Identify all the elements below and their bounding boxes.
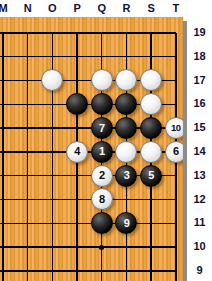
- intersection-R9[interactable]: [114, 259, 139, 281]
- intersection-T14[interactable]: 6: [163, 140, 183, 164]
- grid-line-horizontal: [0, 56, 15, 57]
- grid-line-horizontal: [40, 246, 65, 247]
- grid-line-horizontal: [65, 199, 90, 200]
- white-stone-S17: [140, 69, 162, 91]
- intersection-M9[interactable]: [0, 259, 15, 281]
- col-label-P: P: [65, 0, 90, 17]
- grid-line-horizontal: [163, 270, 175, 271]
- intersection-R14[interactable]: [114, 140, 139, 164]
- black-stone-Q16: [91, 93, 113, 115]
- intersection-R12[interactable]: [114, 188, 139, 212]
- grid-line-horizontal: [0, 80, 15, 81]
- intersection-R15[interactable]: [114, 116, 139, 140]
- col-label-T: T: [163, 0, 188, 17]
- intersection-Q19[interactable]: [89, 21, 114, 45]
- intersection-P10[interactable]: [65, 235, 90, 259]
- intersection-P12[interactable]: [65, 188, 90, 212]
- grid-line-vertical: [52, 33, 53, 45]
- intersection-P16[interactable]: [65, 92, 90, 116]
- intersection-N10[interactable]: [15, 235, 40, 259]
- col-label-S: S: [139, 0, 164, 17]
- intersection-P17[interactable]: [65, 69, 90, 93]
- intersection-S15[interactable]: [139, 116, 164, 140]
- intersection-M12[interactable]: [0, 188, 15, 212]
- intersection-P13[interactable]: [65, 164, 90, 188]
- grid-line-horizontal: [0, 127, 15, 128]
- grid-line-horizontal: [0, 175, 15, 176]
- grid-line-horizontal: [40, 104, 65, 105]
- grid-line-horizontal: [65, 32, 90, 34]
- white-stone-Q12: 8: [91, 188, 113, 210]
- intersection-M11[interactable]: [0, 211, 15, 235]
- row-label-16: 16: [187, 92, 212, 116]
- intersection-Q13[interactable]: 2: [89, 164, 114, 188]
- intersection-T18[interactable]: [163, 45, 183, 69]
- star-point-Q10: [99, 245, 104, 250]
- black-stone-S15: [140, 117, 162, 139]
- grid-line-horizontal: [139, 270, 164, 271]
- grid-line-horizontal: [163, 104, 175, 105]
- col-label-Q: Q: [89, 0, 114, 17]
- intersection-N15[interactable]: [15, 116, 40, 140]
- intersection-M19[interactable]: [0, 21, 15, 45]
- grid-line-horizontal: [40, 223, 65, 224]
- black-stone-Q11: [91, 212, 113, 234]
- white-stone-P14: 4: [66, 141, 88, 163]
- move-number-10: 10: [171, 123, 181, 133]
- intersection-S13[interactable]: 5: [139, 164, 164, 188]
- intersection-T16[interactable]: [163, 92, 183, 116]
- grid-line-vertical: [76, 33, 77, 45]
- intersection-M17[interactable]: [0, 69, 15, 93]
- intersection-S12[interactable]: [139, 188, 164, 212]
- grid-line-horizontal: [139, 223, 164, 224]
- row-label-15: 15: [187, 116, 212, 140]
- black-stone-Q14: 1: [91, 141, 113, 163]
- move-number-9: 9: [124, 218, 130, 229]
- col-label-O: O: [40, 0, 65, 17]
- white-stone-S14: [140, 141, 162, 163]
- intersection-O13[interactable]: [40, 164, 65, 188]
- grid-line-horizontal: [163, 175, 175, 176]
- intersection-T13[interactable]: [163, 164, 183, 188]
- intersection-O18[interactable]: [40, 45, 65, 69]
- grid-line-horizontal: [139, 199, 164, 200]
- grid-line-horizontal: [40, 32, 65, 34]
- grid-line-horizontal: [40, 175, 65, 176]
- move-number-2: 2: [99, 170, 105, 181]
- grid-line-horizontal: [15, 56, 40, 57]
- intersection-R19[interactable]: [114, 21, 139, 45]
- intersection-S17[interactable]: [139, 69, 164, 93]
- grid-line-horizontal: [40, 127, 65, 128]
- grid-line-horizontal: [89, 32, 114, 34]
- move-number-4: 4: [74, 146, 80, 157]
- move-number-6: 6: [173, 146, 179, 157]
- intersection-Q10[interactable]: [89, 235, 114, 259]
- intersection-O9[interactable]: [40, 259, 65, 281]
- grid-line-horizontal: [114, 270, 139, 271]
- col-label-M: M: [0, 0, 15, 17]
- intersection-Q9[interactable]: [89, 259, 114, 281]
- intersection-N19[interactable]: [15, 21, 40, 45]
- grid-line-horizontal: [15, 270, 40, 271]
- intersection-T9[interactable]: [163, 259, 183, 281]
- black-stone-S13: 5: [140, 165, 162, 187]
- grid-line-horizontal: [0, 104, 15, 105]
- intersection-S19[interactable]: [139, 21, 164, 45]
- grid-line-horizontal: [15, 223, 40, 224]
- intersection-O10[interactable]: [40, 235, 65, 259]
- move-number-7: 7: [99, 123, 105, 134]
- grid-line-horizontal: [0, 32, 15, 34]
- intersection-O16[interactable]: [40, 92, 65, 116]
- row-label-18: 18: [187, 45, 212, 69]
- grid-line-horizontal: [163, 199, 175, 200]
- row-labels: 191817161514131211109: [187, 21, 212, 281]
- row-label-11: 11: [187, 211, 212, 235]
- intersection-N11[interactable]: [15, 211, 40, 235]
- intersection-T10[interactable]: [163, 235, 183, 259]
- grid-line-horizontal: [15, 32, 40, 34]
- grid-line-horizontal: [65, 127, 90, 128]
- grid-line-horizontal: [40, 151, 65, 152]
- row-label-9: 9: [187, 259, 212, 281]
- grid-line-horizontal: [163, 32, 175, 34]
- grid-line-horizontal: [163, 80, 175, 81]
- grid-line-horizontal: [40, 56, 65, 57]
- intersection-M15[interactable]: [0, 116, 15, 140]
- grid-line-horizontal: [15, 151, 40, 152]
- grid-line-horizontal: [0, 151, 15, 152]
- grid-line-horizontal: [40, 270, 65, 271]
- grid-line-horizontal: [163, 223, 175, 224]
- intersection-O14[interactable]: [40, 140, 65, 164]
- row-label-19: 19: [187, 21, 212, 45]
- grid-line-horizontal: [163, 56, 175, 57]
- grid-line-horizontal: [0, 223, 15, 224]
- intersection-N14[interactable]: [15, 140, 40, 164]
- grid-line-horizontal: [65, 246, 90, 247]
- row-label-14: 14: [187, 140, 212, 164]
- intersection-M10[interactable]: [0, 235, 15, 259]
- grid-line-vertical: [101, 33, 102, 45]
- move-number-5: 5: [148, 170, 154, 181]
- grid-line-vertical: [150, 33, 151, 45]
- intersection-R13[interactable]: 3: [114, 164, 139, 188]
- intersection-O17[interactable]: [40, 69, 65, 93]
- move-number-1: 1: [99, 146, 105, 157]
- grid-line-horizontal: [0, 270, 15, 271]
- grid-line-horizontal: [114, 199, 139, 200]
- white-stone-Q13: 2: [91, 165, 113, 187]
- intersection-S18[interactable]: [139, 45, 164, 69]
- intersection-Q14[interactable]: 1: [89, 140, 114, 164]
- black-stone-R15: [115, 117, 137, 139]
- grid-line-horizontal: [15, 127, 40, 128]
- intersection-M16[interactable]: [0, 92, 15, 116]
- grid-line-horizontal: [0, 246, 15, 247]
- intersection-M13[interactable]: [0, 164, 15, 188]
- white-stone-S16: [140, 93, 162, 115]
- black-stone-P16: [66, 93, 88, 115]
- intersection-P15[interactable]: [65, 116, 90, 140]
- grid-line-vertical: [175, 33, 177, 45]
- intersection-S10[interactable]: [139, 235, 164, 259]
- grid-line-horizontal: [114, 56, 139, 57]
- row-label-12: 12: [187, 188, 212, 212]
- column-labels: MNOPQRST: [0, 0, 188, 17]
- white-stone-O17: [41, 69, 63, 91]
- intersection-Q16[interactable]: [89, 92, 114, 116]
- move-number-8: 8: [99, 194, 105, 205]
- black-stone-R13: 3: [115, 165, 137, 187]
- grid-line-horizontal: [15, 199, 40, 200]
- grid-line-horizontal: [65, 56, 90, 57]
- intersection-N17[interactable]: [15, 69, 40, 93]
- intersection-R18[interactable]: [114, 45, 139, 69]
- intersection-R17[interactable]: [114, 69, 139, 93]
- white-stone-T14: 6: [165, 141, 183, 163]
- grid-line-horizontal: [15, 104, 40, 105]
- go-board: 71041623589: [0, 17, 183, 281]
- grid-line-horizontal: [65, 223, 90, 224]
- intersection-P11[interactable]: [65, 211, 90, 235]
- intersection-T12[interactable]: [163, 188, 183, 212]
- intersection-O11[interactable]: [40, 211, 65, 235]
- intersection-O12[interactable]: [40, 188, 65, 212]
- board-grid: 71041623589: [0, 21, 183, 281]
- grid-line-horizontal: [114, 246, 139, 247]
- grid-line-horizontal: [15, 175, 40, 176]
- intersection-S14[interactable]: [139, 140, 164, 164]
- intersection-O19[interactable]: [40, 21, 65, 45]
- white-stone-R17: [115, 69, 137, 91]
- intersection-Q15[interactable]: 7: [89, 116, 114, 140]
- intersection-R10[interactable]: [114, 235, 139, 259]
- grid-line-horizontal: [65, 270, 90, 271]
- intersection-P19[interactable]: [65, 21, 90, 45]
- intersection-Q11[interactable]: [89, 211, 114, 235]
- intersection-M18[interactable]: [0, 45, 15, 69]
- grid-line-vertical: [27, 33, 28, 45]
- intersection-P14[interactable]: 4: [65, 140, 90, 164]
- intersection-T19[interactable]: [163, 21, 183, 45]
- black-stone-R16: [115, 93, 137, 115]
- grid-line-horizontal: [0, 199, 15, 200]
- white-stone-Q17: [91, 69, 113, 91]
- white-stone-R14: [115, 141, 137, 163]
- intersection-R11[interactable]: 9: [114, 211, 139, 235]
- intersection-N9[interactable]: [15, 259, 40, 281]
- intersection-S16[interactable]: [139, 92, 164, 116]
- move-number-3: 3: [124, 170, 130, 181]
- grid-line-horizontal: [139, 56, 164, 57]
- grid-line-horizontal: [89, 270, 114, 271]
- intersection-Q17[interactable]: [89, 69, 114, 93]
- intersection-S9[interactable]: [139, 259, 164, 281]
- grid-line-horizontal: [40, 199, 65, 200]
- grid-line-horizontal: [163, 246, 175, 247]
- black-stone-R11: 9: [115, 212, 137, 234]
- grid-line-horizontal: [15, 80, 40, 81]
- intersection-P9[interactable]: [65, 259, 90, 281]
- intersection-T17[interactable]: [163, 69, 183, 93]
- grid-line-vertical: [2, 33, 3, 45]
- grid-line-horizontal: [139, 246, 164, 247]
- intersection-O15[interactable]: [40, 116, 65, 140]
- intersection-N18[interactable]: [15, 45, 40, 69]
- go-diagram-page: MNOPQRST 71041623589 1918171615141312111…: [0, 0, 212, 281]
- intersection-T15[interactable]: 10: [163, 116, 183, 140]
- grid-line-horizontal: [139, 32, 164, 34]
- row-label-17: 17: [187, 69, 212, 93]
- row-label-10: 10: [187, 235, 212, 259]
- row-label-13: 13: [187, 164, 212, 188]
- white-stone-T15: 10: [165, 117, 183, 139]
- intersection-Q12[interactable]: 8: [89, 188, 114, 212]
- col-label-R: R: [114, 0, 139, 17]
- intersection-N12[interactable]: [15, 188, 40, 212]
- intersection-R16[interactable]: [114, 92, 139, 116]
- col-label-N: N: [15, 0, 40, 17]
- grid-line-vertical: [126, 33, 127, 45]
- grid-line-horizontal: [65, 175, 90, 176]
- grid-line-horizontal: [114, 32, 139, 34]
- grid-line-horizontal: [15, 246, 40, 247]
- intersection-Q18[interactable]: [89, 45, 114, 69]
- intersection-N13[interactable]: [15, 164, 40, 188]
- intersection-T11[interactable]: [163, 211, 183, 235]
- intersection-S11[interactable]: [139, 211, 164, 235]
- grid-line-horizontal: [89, 56, 114, 57]
- black-stone-Q15: 7: [91, 117, 113, 139]
- intersection-N16[interactable]: [15, 92, 40, 116]
- grid-line-horizontal: [65, 80, 90, 81]
- intersection-P18[interactable]: [65, 45, 90, 69]
- intersection-M14[interactable]: [0, 140, 15, 164]
